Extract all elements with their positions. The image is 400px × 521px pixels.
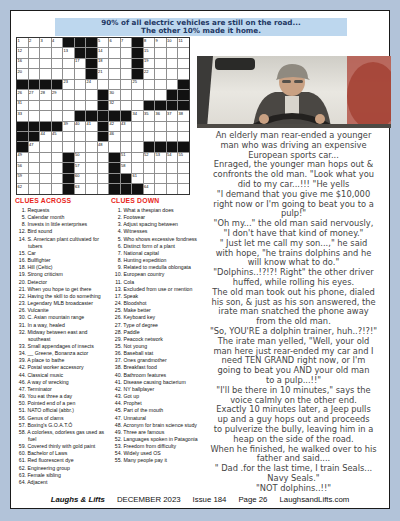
cell-number: 52 (144, 152, 148, 157)
cell-r12c8[interactable] (98, 153, 109, 162)
cell-r4c3[interactable] (40, 69, 51, 78)
black-cell (86, 111, 97, 120)
clue: 18. Hill (Celtic) (15, 264, 109, 271)
cell-r11c10[interactable] (121, 142, 132, 151)
cell-r8c5[interactable] (63, 111, 74, 120)
cell-r9c14[interactable] (167, 122, 178, 131)
clue: 14. S. American plant cultivated for tub… (15, 236, 109, 250)
cell-r5c9[interactable] (109, 80, 120, 89)
cell-r7c11[interactable] (132, 101, 143, 110)
black-cell (155, 101, 166, 110)
cell-r12c3[interactable] (40, 153, 51, 162)
cell-number: 63 (75, 184, 79, 189)
black-cell (121, 111, 132, 120)
black-cell (144, 142, 155, 151)
cell-r4c10[interactable] (121, 69, 132, 78)
cell-r6c11[interactable] (132, 90, 143, 99)
cell-r5c6[interactable] (75, 80, 86, 89)
cell-r6c2[interactable]: 27 (29, 90, 40, 99)
cell-r6c13[interactable] (155, 90, 166, 99)
cell-r13c3[interactable] (40, 163, 51, 172)
cell-r12c14[interactable]: 54 (167, 153, 178, 162)
clue: 8. Invests in little enterprises (15, 221, 109, 228)
cell-number: 30 (110, 90, 114, 95)
cell-r4c12[interactable]: 22 (144, 69, 155, 78)
cell-r10c13[interactable] (155, 132, 166, 141)
cell-r15c14[interactable] (167, 184, 178, 193)
cell-r6c4[interactable]: 29 (52, 90, 63, 99)
cell-number: 58 (121, 163, 125, 168)
cell-r10c11[interactable] (132, 132, 143, 141)
cell-r11c3[interactable] (40, 142, 51, 151)
clue: 16. Bullfighter (15, 257, 109, 264)
cell-r5c14[interactable] (167, 80, 178, 89)
cell-number: 31 (18, 100, 22, 105)
black-cell (75, 111, 86, 120)
clue: 20. Detector (15, 279, 109, 286)
cell-r10c4[interactable]: 45 (52, 132, 63, 141)
black-cell (144, 101, 155, 110)
cell-r11c4[interactable] (52, 142, 63, 151)
cell-number: 10 (167, 38, 171, 43)
story-line: "NOT dolphins..!!" (195, 484, 392, 494)
cell-r1c8[interactable]: 5 (98, 38, 109, 47)
cell-r13c1[interactable]: 56 (17, 163, 28, 172)
black-cell (29, 80, 40, 89)
black-cell (167, 90, 178, 99)
cell-r5c13[interactable] (155, 80, 166, 89)
cell-r11c8[interactable]: 48 (98, 142, 109, 151)
black-cell (40, 80, 51, 89)
cell-number: 51 (121, 152, 125, 157)
cell-r8c1[interactable]: 33 (17, 111, 28, 120)
right-hand (315, 114, 325, 124)
driver-photo-art (197, 56, 391, 128)
black-cell (86, 38, 97, 47)
cell-r7c6[interactable] (75, 101, 86, 110)
cell-r1c10[interactable]: 7 (121, 38, 132, 47)
cell-r3c9[interactable] (109, 59, 120, 68)
black-cell (98, 111, 109, 120)
cell-r1c4[interactable]: 4 (52, 38, 63, 47)
clue: 26. Vulcanite (15, 307, 109, 314)
cell-r9c13[interactable] (155, 122, 166, 131)
cell-number: 42 (110, 121, 114, 126)
black-cell (86, 48, 97, 57)
cell-r10c9[interactable]: 46 (109, 132, 120, 141)
cell-r13c6[interactable]: 57 (75, 163, 86, 172)
cell-r6c6[interactable] (75, 90, 86, 99)
black-cell (98, 122, 109, 131)
cell-r15c3[interactable] (40, 184, 51, 193)
cell-r15c8[interactable] (98, 184, 109, 193)
cell-r10c10[interactable] (121, 132, 132, 141)
cell-r2c3[interactable] (40, 48, 51, 57)
cell-r1c13[interactable]: 9 (155, 38, 166, 47)
glasses-right-lens (294, 80, 303, 83)
clue: 59. Covered thinly with gold paint (15, 443, 109, 450)
cell-r2c2[interactable] (29, 48, 40, 57)
cell-r2c1[interactable]: 12 (17, 48, 28, 57)
black-cell (132, 184, 143, 193)
cell-number: 15 (144, 48, 148, 53)
cell-r7c7[interactable] (86, 101, 97, 110)
clue: 62. Engineering group (15, 465, 109, 472)
black-cell (40, 122, 51, 131)
black-cell (75, 38, 86, 47)
cell-r3c15[interactable] (178, 59, 189, 68)
cell-r5c10[interactable] (121, 80, 132, 89)
cell-r14c4[interactable] (52, 174, 63, 183)
cell-r3c3[interactable] (40, 59, 51, 68)
cell-r8c2[interactable] (29, 111, 40, 120)
cell-r3c14[interactable] (167, 59, 178, 68)
rearview-mirror (215, 58, 255, 70)
cell-number: 47 (29, 142, 33, 147)
cell-r4c14[interactable] (167, 69, 178, 78)
cell-r11c6[interactable] (75, 142, 86, 151)
clue: 32. Midway between east and southeast (15, 329, 109, 343)
black-cell (75, 48, 86, 57)
cell-number: 5 (98, 38, 100, 43)
cell-r15c4[interactable] (52, 184, 63, 193)
cell-r14c14[interactable] (167, 174, 178, 183)
cell-r12c1[interactable]: 49 (17, 153, 28, 162)
cell-r8c13[interactable]: 36 (155, 111, 166, 120)
dashboard (197, 124, 391, 128)
cell-r11c7[interactable] (86, 142, 97, 151)
cell-r7c3[interactable] (40, 101, 51, 110)
cell-r6c1[interactable]: 26 (17, 90, 28, 99)
cell-r14c13[interactable] (155, 174, 166, 183)
cell-r15c13[interactable] (155, 184, 166, 193)
cell-number: 46 (110, 131, 114, 136)
cell-r10c3[interactable]: 44 (40, 132, 51, 141)
cell-r13c2[interactable] (29, 163, 40, 172)
cell-number: 11 (179, 38, 183, 43)
cell-number: 18 (98, 58, 102, 63)
black-cell (121, 174, 132, 183)
clue: 1. Requests (15, 207, 109, 214)
cell-number: 64 (144, 184, 148, 189)
cell-r3c2[interactable] (29, 59, 40, 68)
cell-r13c7[interactable] (86, 163, 97, 172)
cell-r10c6[interactable] (75, 132, 86, 141)
cell-r14c3[interactable] (40, 174, 51, 183)
cell-r9c5[interactable]: 39 (63, 122, 74, 131)
cell-r2c9[interactable] (109, 48, 120, 57)
cell-number: 16 (18, 58, 22, 63)
cell-number: 40 (75, 121, 79, 126)
black-cell (109, 174, 120, 183)
cell-r9c15[interactable] (178, 122, 189, 131)
black-cell (63, 153, 74, 162)
cell-r14c12[interactable] (144, 174, 155, 183)
cell-r7c4[interactable] (52, 101, 63, 110)
footer-website[interactable]: LaughsandLifts.com (279, 495, 349, 504)
cell-r9c12[interactable] (144, 122, 155, 131)
cell-r3c1[interactable]: 16 (17, 59, 28, 68)
black-cell (52, 80, 63, 89)
cell-r5c12[interactable] (144, 80, 155, 89)
cell-r1c9[interactable]: 6 (109, 38, 120, 47)
cell-number: 2 (29, 38, 31, 43)
joke-banner-line2: The other 10% made it home. (55, 27, 347, 35)
cell-r4c5[interactable] (63, 69, 74, 78)
cell-number: 45 (52, 131, 56, 136)
cell-r6c5[interactable] (63, 90, 74, 99)
cell-r5c8[interactable] (98, 80, 109, 89)
cell-r10c5[interactable] (63, 132, 74, 141)
cell-r15c15[interactable] (178, 184, 189, 193)
cell-number: 3 (41, 38, 43, 43)
black-cell (29, 132, 40, 141)
clue: 58. A colorless, odorless gas used as fu… (15, 429, 109, 443)
clue: 39. A place to bathe (15, 357, 109, 364)
cell-r4c1[interactable]: 20 (17, 69, 28, 78)
clue: 47. Terminator (15, 386, 109, 393)
clues-across-section: CLUES ACROSS 1. Requests5. Calendar mont… (15, 197, 109, 486)
cell-r15c6[interactable]: 63 (75, 184, 86, 193)
cell-r7c10[interactable] (121, 101, 132, 110)
cell-r6c12[interactable] (144, 90, 155, 99)
cell-r11c2[interactable]: 47 (29, 142, 40, 151)
cell-number: 37 (167, 111, 171, 116)
cell-r14c7[interactable] (86, 174, 97, 183)
cell-r13c10[interactable]: 58 (121, 163, 132, 172)
cell-r12c13[interactable]: 53 (155, 153, 166, 162)
cell-r12c6[interactable]: 50 (75, 153, 86, 162)
clue: 56. Genus of clams (15, 415, 109, 422)
cell-r12c4[interactable] (52, 153, 63, 162)
cell-number: 43 (121, 121, 125, 126)
black-cell (132, 69, 143, 78)
cell-r8c14[interactable]: 37 (167, 111, 178, 120)
cell-number: 57 (75, 163, 79, 168)
cell-r4c13[interactable] (155, 69, 166, 78)
black-cell (29, 122, 40, 131)
cell-r1c12[interactable]: 8 (144, 38, 155, 47)
magazine-page: 90% of all electric vehicles are still o… (10, 10, 390, 509)
cell-number: 55 (179, 152, 183, 157)
joke-banner: 90% of all electric vehicles are still o… (55, 18, 347, 36)
cell-r7c5[interactable] (63, 101, 74, 110)
cell-r15c12[interactable]: 64 (144, 184, 155, 193)
cell-r13c13[interactable] (155, 163, 166, 172)
cell-r1c3[interactable]: 3 (40, 38, 51, 47)
cell-number: 48 (98, 142, 102, 147)
cell-number: 23 (64, 79, 68, 84)
cell-number: 28 (41, 90, 45, 95)
cell-r9c9[interactable]: 42 (109, 122, 120, 131)
cell-r14c6[interactable]: 60 (75, 174, 86, 183)
cell-r3c4[interactable] (52, 59, 63, 68)
clue: 23. Legendary MLB broadcaster (15, 300, 109, 307)
cell-r14c1[interactable]: 59 (17, 174, 28, 183)
cell-r2c5[interactable]: 13 (63, 48, 74, 57)
cell-r4c4[interactable] (52, 69, 63, 78)
cell-r5c5[interactable]: 23 (63, 80, 74, 89)
cell-number: 62 (18, 184, 22, 189)
cell-r13c8[interactable] (98, 163, 109, 172)
cell-r6c9[interactable]: 30 (109, 90, 120, 99)
cell-r2c15[interactable] (178, 48, 189, 57)
cell-r8c15[interactable]: 38 (178, 111, 189, 120)
cell-number: 1 (18, 38, 20, 43)
clue: 64. Adjacent (15, 479, 109, 486)
black-cell (178, 80, 189, 89)
cell-number: 19 (144, 58, 148, 63)
cell-r3c5[interactable] (63, 59, 74, 68)
cell-r13c4[interactable] (52, 163, 63, 172)
cell-r13c12[interactable] (144, 163, 155, 172)
black-cell (63, 38, 74, 47)
clue: 49. You eat three a day (15, 393, 109, 400)
cell-r13c15[interactable] (178, 163, 189, 172)
clue: 46. A way of wrecking (15, 379, 109, 386)
cell-number: 27 (29, 90, 33, 95)
cell-r2c8[interactable]: 14 (98, 48, 109, 57)
cell-r4c9[interactable] (109, 69, 120, 78)
black-cell (17, 122, 28, 131)
cell-r12c15[interactable]: 55 (178, 153, 189, 162)
cell-r4c6[interactable] (75, 69, 86, 78)
cell-r8c3[interactable] (40, 111, 51, 120)
black-cell (17, 142, 28, 151)
cell-r1c1[interactable]: 1 (17, 38, 28, 47)
cell-r4c15[interactable] (178, 69, 189, 78)
driver-shirt (285, 96, 299, 114)
cell-r10c14[interactable] (167, 132, 178, 141)
clue: 44. Classical music (15, 372, 109, 379)
cell-r15c1[interactable]: 62 (17, 184, 28, 193)
cell-r13c14[interactable] (167, 163, 178, 172)
cell-r9c11[interactable] (132, 122, 143, 131)
cell-r6c3[interactable]: 28 (40, 90, 51, 99)
cell-r2c10[interactable] (121, 48, 132, 57)
black-cell (109, 184, 120, 193)
black-cell (132, 38, 143, 47)
cell-r2c12[interactable]: 15 (144, 48, 155, 57)
cell-r3c6[interactable]: 17 (75, 59, 86, 68)
cell-number: 36 (156, 111, 160, 116)
cell-number: 26 (18, 90, 22, 95)
cell-r12c7[interactable] (86, 153, 97, 162)
cell-r14c11[interactable]: 61 (132, 174, 143, 183)
clue: 12. Bird sound (15, 228, 109, 235)
cell-r7c1[interactable]: 31 (17, 101, 28, 110)
cell-r14c2[interactable] (29, 174, 40, 183)
cell-number: 53 (156, 152, 160, 157)
cell-r2c13[interactable] (155, 48, 166, 57)
black-cell (98, 101, 109, 110)
black-cell (121, 184, 132, 193)
glasses (282, 80, 291, 83)
cell-r10c7[interactable] (86, 132, 97, 141)
black-cell (109, 111, 120, 120)
cell-r12c12[interactable]: 52 (144, 153, 155, 162)
cell-r3c12[interactable]: 19 (144, 59, 155, 68)
cell-r15c2[interactable] (29, 184, 40, 193)
clue: 51. NATO official (abbr.) (15, 407, 109, 414)
cell-number: 12 (18, 48, 22, 53)
cell-r15c7[interactable] (86, 184, 97, 193)
cell-r4c8[interactable]: 21 (98, 69, 109, 78)
cell-r6c10[interactable] (121, 90, 132, 99)
cell-r7c9[interactable]: 32 (109, 101, 120, 110)
cell-number: 56 (18, 163, 22, 168)
cell-r2c4[interactable] (52, 48, 63, 57)
cell-number: 33 (18, 111, 22, 116)
cell-r9c10[interactable]: 43 (121, 122, 132, 131)
black-cell (109, 163, 120, 172)
clue: 31. In a way, healed (15, 322, 109, 329)
cell-r13c11[interactable] (132, 163, 143, 172)
cell-number: 6 (110, 38, 112, 43)
cell-r8c4[interactable] (52, 111, 63, 120)
cell-number: 38 (179, 111, 183, 116)
cell-r11c5[interactable] (63, 142, 74, 151)
cell-r11c9[interactable] (109, 142, 120, 151)
story-text: An elderly man rear-ended a youngerman w… (195, 131, 392, 493)
cell-number: 14 (98, 48, 102, 53)
cell-r3c8[interactable]: 18 (98, 59, 109, 68)
cell-r3c10[interactable] (121, 59, 132, 68)
cell-r1c14[interactable]: 10 (167, 38, 178, 47)
cell-r1c2[interactable]: 2 (29, 38, 40, 47)
cell-r6c7[interactable] (86, 90, 97, 99)
cell-r14c8[interactable] (98, 174, 109, 183)
cell-r12c2[interactable] (29, 153, 40, 162)
clues-across-header: CLUES ACROSS (15, 197, 109, 205)
cell-number: 9 (156, 38, 158, 43)
cell-number: 13 (64, 48, 68, 53)
cell-number: 34 (133, 111, 137, 116)
cell-r10c12[interactable] (144, 132, 155, 141)
cell-r10c15[interactable] (178, 132, 189, 141)
cell-r12c11[interactable] (132, 153, 143, 162)
clue: 15. Car (15, 250, 109, 257)
black-cell (167, 101, 178, 110)
cell-r14c15[interactable] (178, 174, 189, 183)
cell-r7c2[interactable] (29, 101, 40, 110)
cell-r1c15[interactable]: 11 (178, 38, 189, 47)
clue: 33. Small appendages of insects (15, 343, 109, 350)
clue: 42. Postal worker accessory (15, 364, 109, 371)
cell-r8c12[interactable]: 35 (144, 111, 155, 120)
black-cell (178, 101, 189, 110)
cell-r3c13[interactable] (155, 59, 166, 68)
cell-r12c10[interactable]: 51 (121, 153, 132, 162)
cell-number: 35 (144, 111, 148, 116)
cell-r5c7[interactable]: 24 (86, 80, 97, 89)
cell-r11c11[interactable] (132, 142, 143, 151)
cell-r9c7[interactable]: 41 (86, 122, 97, 131)
footer-issue: Issue 184 (193, 495, 227, 504)
black-cell (86, 59, 97, 68)
cell-r8c11[interactable]: 34 (132, 111, 143, 120)
cell-r2c14[interactable] (167, 48, 178, 57)
black-cell (98, 132, 109, 141)
cell-number: 21 (98, 69, 102, 74)
clue: 19. Strong criticism (15, 271, 109, 278)
clue: 22. Having the skill to do something (15, 293, 109, 300)
cell-r9c6[interactable]: 40 (75, 122, 86, 131)
cell-r5c11[interactable]: 25 (132, 80, 143, 89)
clue: 63. Female sibling (15, 472, 109, 479)
cell-number: 32 (110, 100, 114, 105)
cell-r4c2[interactable] (29, 69, 40, 78)
